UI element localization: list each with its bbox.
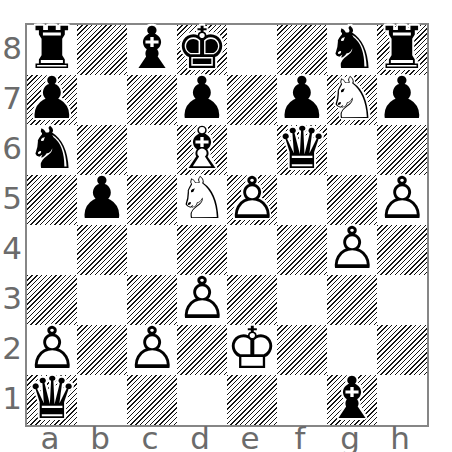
- piece-glyph: ♞: [26, 119, 78, 177]
- square-a8[interactable]: ♜♜: [27, 25, 77, 75]
- rank-label-3: 3: [0, 273, 24, 323]
- piece-glyph: ♙: [126, 319, 178, 377]
- piece-glyph: ♔: [226, 319, 278, 377]
- piece-halo: ♞: [326, 19, 378, 77]
- piece-glyph: ♞: [326, 19, 378, 77]
- square-h4[interactable]: [377, 225, 427, 275]
- square-a7[interactable]: ♟♟: [27, 75, 77, 125]
- piece-glyph: ♟: [376, 69, 428, 127]
- piece-glyph: ♜: [376, 19, 428, 77]
- piece-halo: ♛: [26, 369, 78, 427]
- square-e7[interactable]: [227, 75, 277, 125]
- square-g8[interactable]: ♞♞: [327, 25, 377, 75]
- square-f4[interactable]: [277, 225, 327, 275]
- rank-label-7: 7: [0, 73, 24, 123]
- rank-label-4: 4: [0, 223, 24, 273]
- square-g3[interactable]: [327, 275, 377, 325]
- rank-label-8: 8: [0, 23, 24, 73]
- piece-glyph: ♟: [176, 69, 228, 127]
- file-label-c: c: [125, 426, 175, 452]
- white-pawn[interactable]: ♟♙: [27, 325, 77, 375]
- square-c4[interactable]: [127, 225, 177, 275]
- square-h7[interactable]: ♟♟: [377, 75, 427, 125]
- piece-halo: ♟: [226, 169, 278, 227]
- square-e4[interactable]: [227, 225, 277, 275]
- file-label-g: g: [325, 426, 375, 452]
- piece-glyph: ♙: [176, 269, 228, 327]
- white-knight[interactable]: ♞♘: [327, 75, 377, 125]
- square-e6[interactable]: [227, 125, 277, 175]
- square-c3[interactable]: [127, 275, 177, 325]
- square-f8[interactable]: [277, 25, 327, 75]
- square-b4[interactable]: [77, 225, 127, 275]
- piece-halo: ♜: [26, 19, 78, 77]
- square-d2[interactable]: [177, 325, 227, 375]
- square-b2[interactable]: [77, 325, 127, 375]
- square-f3[interactable]: [277, 275, 327, 325]
- piece-glyph: ♟: [76, 169, 128, 227]
- piece-halo: ♞: [26, 119, 78, 177]
- file-label-f: f: [275, 426, 325, 452]
- square-g6[interactable]: [327, 125, 377, 175]
- piece-halo: ♝: [326, 369, 378, 427]
- black-pawn[interactable]: ♟♟: [27, 75, 77, 125]
- square-c8[interactable]: ♝♝: [127, 25, 177, 75]
- square-h8[interactable]: ♜♜: [377, 25, 427, 75]
- rank-label-6: 6: [0, 123, 24, 173]
- white-pawn[interactable]: ♟♙: [377, 175, 427, 225]
- piece-halo: ♟: [26, 69, 78, 127]
- white-pawn[interactable]: ♟♙: [127, 325, 177, 375]
- square-e8[interactable]: [227, 25, 277, 75]
- black-pawn[interactable]: ♟♟: [177, 75, 227, 125]
- square-d8[interactable]: ♚♚: [177, 25, 227, 75]
- piece-glyph: ♜: [26, 19, 78, 77]
- square-h5[interactable]: ♟♙: [377, 175, 427, 225]
- piece-halo: ♚: [226, 319, 278, 377]
- black-rook[interactable]: ♜♜: [377, 25, 427, 75]
- piece-glyph: ♟: [26, 69, 78, 127]
- square-a4[interactable]: [27, 225, 77, 275]
- piece-glyph: ♘: [176, 169, 228, 227]
- piece-glyph: ♚: [176, 19, 228, 77]
- square-h2[interactable]: [377, 325, 427, 375]
- square-d4[interactable]: [177, 225, 227, 275]
- file-label-a: a: [25, 426, 75, 452]
- square-c7[interactable]: [127, 75, 177, 125]
- piece-glyph: ♙: [376, 169, 428, 227]
- rank-label-2: 2: [0, 323, 24, 373]
- square-f5[interactable]: [277, 175, 327, 225]
- white-pawn[interactable]: ♟♙: [227, 175, 277, 225]
- square-a3[interactable]: [27, 275, 77, 325]
- file-label-b: b: [75, 426, 125, 452]
- black-queen[interactable]: ♛♛: [277, 125, 327, 175]
- piece-halo: ♞: [176, 169, 228, 227]
- piece-halo: ♜: [376, 19, 428, 77]
- piece-glyph: ♟: [276, 69, 328, 127]
- rank-labels: 87654321: [0, 23, 24, 423]
- square-e1[interactable]: [227, 375, 277, 425]
- square-d6[interactable]: ♝♗: [177, 125, 227, 175]
- square-f2[interactable]: [277, 325, 327, 375]
- square-b8[interactable]: [77, 25, 127, 75]
- square-g4[interactable]: ♟♙: [327, 225, 377, 275]
- piece-glyph: ♙: [226, 169, 278, 227]
- piece-halo: ♝: [126, 19, 178, 77]
- piece-halo: ♝: [176, 119, 228, 177]
- piece-halo: ♟: [376, 169, 428, 227]
- square-e3[interactable]: [227, 275, 277, 325]
- piece-glyph: ♘: [326, 69, 378, 127]
- piece-halo: ♟: [176, 269, 228, 327]
- square-f6[interactable]: ♛♛: [277, 125, 327, 175]
- square-g5[interactable]: [327, 175, 377, 225]
- black-pawn[interactable]: ♟♟: [277, 75, 327, 125]
- piece-halo: ♛: [276, 119, 328, 177]
- black-knight[interactable]: ♞♞: [27, 125, 77, 175]
- file-labels: abcdefgh: [25, 426, 425, 452]
- square-a1[interactable]: ♛♛: [27, 375, 77, 425]
- file-label-e: e: [225, 426, 275, 452]
- square-g7[interactable]: ♞♘: [327, 75, 377, 125]
- black-pawn[interactable]: ♟♟: [77, 175, 127, 225]
- black-knight[interactable]: ♞♞: [327, 25, 377, 75]
- black-king[interactable]: ♚♚: [177, 25, 227, 75]
- square-d1[interactable]: [177, 375, 227, 425]
- square-c1[interactable]: [127, 375, 177, 425]
- piece-halo: ♟: [26, 319, 78, 377]
- white-king[interactable]: ♚♔: [227, 325, 277, 375]
- board: ♜♜♝♝♚♚♞♞♜♜♟♟♟♟♟♟♞♘♟♟♞♞♝♗♛♛♟♟♞♘♟♙♟♙♟♙♟♙♟♙…: [25, 23, 429, 427]
- piece-glyph: ♝: [326, 369, 378, 427]
- black-bishop[interactable]: ♝♝: [327, 375, 377, 425]
- square-e5[interactable]: ♟♙: [227, 175, 277, 225]
- square-b1[interactable]: [77, 375, 127, 425]
- square-d7[interactable]: ♟♟: [177, 75, 227, 125]
- square-h6[interactable]: [377, 125, 427, 175]
- rank-label-5: 5: [0, 173, 24, 223]
- piece-halo: ♞: [326, 69, 378, 127]
- piece-glyph: ♝: [126, 19, 178, 77]
- square-b3[interactable]: [77, 275, 127, 325]
- piece-halo: ♟: [126, 319, 178, 377]
- square-c6[interactable]: [127, 125, 177, 175]
- piece-halo: ♟: [76, 169, 128, 227]
- piece-glyph: ♙: [26, 319, 78, 377]
- square-g2[interactable]: [327, 325, 377, 375]
- black-queen[interactable]: ♛♛: [27, 375, 77, 425]
- square-f1[interactable]: [277, 375, 327, 425]
- square-d5[interactable]: ♞♘: [177, 175, 227, 225]
- black-rook[interactable]: ♜♜: [27, 25, 77, 75]
- piece-halo: ♟: [326, 219, 378, 277]
- piece-halo: ♚: [176, 19, 228, 77]
- piece-glyph: ♗: [176, 119, 228, 177]
- square-e2[interactable]: ♚♔: [227, 325, 277, 375]
- black-pawn[interactable]: ♟♟: [377, 75, 427, 125]
- square-h3[interactable]: [377, 275, 427, 325]
- black-bishop[interactable]: ♝♝: [127, 25, 177, 75]
- rank-label-1: 1: [0, 373, 24, 423]
- white-pawn[interactable]: ♟♙: [327, 225, 377, 275]
- piece-halo: ♟: [176, 69, 228, 127]
- chess-diagram: 87654321 ♜♜♝♝♚♚♞♞♜♜♟♟♟♟♟♟♞♘♟♟♞♞♝♗♛♛♟♟♞♘♟…: [0, 0, 452, 452]
- square-b5[interactable]: ♟♟: [77, 175, 127, 225]
- white-pawn[interactable]: ♟♙: [177, 275, 227, 325]
- square-g1[interactable]: ♝♝: [327, 375, 377, 425]
- white-knight[interactable]: ♞♘: [177, 175, 227, 225]
- piece-glyph: ♛: [276, 119, 328, 177]
- square-a5[interactable]: [27, 175, 77, 225]
- file-label-d: d: [175, 426, 225, 452]
- square-d3[interactable]: ♟♙: [177, 275, 227, 325]
- white-bishop[interactable]: ♝♗: [177, 125, 227, 175]
- piece-glyph: ♙: [326, 219, 378, 277]
- square-a6[interactable]: ♞♞: [27, 125, 77, 175]
- square-h1[interactable]: [377, 375, 427, 425]
- square-f7[interactable]: ♟♟: [277, 75, 327, 125]
- piece-glyph: ♛: [26, 369, 78, 427]
- piece-halo: ♟: [276, 69, 328, 127]
- square-c2[interactable]: ♟♙: [127, 325, 177, 375]
- square-c5[interactable]: [127, 175, 177, 225]
- piece-halo: ♟: [376, 69, 428, 127]
- file-label-h: h: [375, 426, 425, 452]
- square-b6[interactable]: [77, 125, 127, 175]
- square-b7[interactable]: [77, 75, 127, 125]
- square-a2[interactable]: ♟♙: [27, 325, 77, 375]
